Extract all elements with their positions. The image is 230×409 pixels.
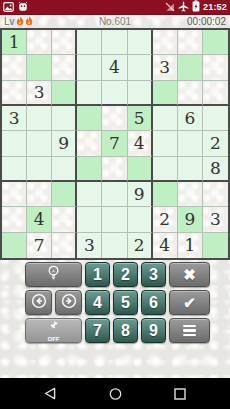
cell-r5c6[interactable]: 4 [128, 131, 153, 156]
phone-screen: 21:52 No.601 Lv 00:00:02 143335697428942… [0, 0, 230, 409]
cell-r2c3[interactable] [52, 55, 77, 80]
undo-button[interactable] [25, 290, 52, 315]
cell-r3c5[interactable] [102, 81, 127, 106]
cell-r2c1[interactable] [2, 55, 27, 80]
game-header: No.601 Lv 00:00:02 [0, 14, 230, 28]
cell-r4c2[interactable] [27, 106, 52, 131]
lightbulb-icon [47, 265, 60, 285]
keypad-row-2: 4 5 6 ✔ [25, 290, 230, 315]
cell-r8c8[interactable]: 9 [178, 207, 203, 232]
cell-r9c1[interactable] [2, 233, 27, 258]
cell-r6c7[interactable] [153, 157, 178, 182]
cell-r7c9[interactable] [203, 182, 228, 207]
cell-r9c8[interactable]: 1 [178, 233, 203, 258]
cell-r2c6[interactable] [128, 55, 153, 80]
cell-r8c6[interactable] [128, 207, 153, 232]
keypad-row-3: OFF 7 8 9 [25, 318, 230, 343]
cell-r3c1[interactable] [2, 81, 27, 106]
cell-r9c5[interactable] [102, 233, 127, 258]
cell-r3c4[interactable] [77, 81, 102, 106]
cell-r3c8[interactable] [178, 81, 203, 106]
back-triangle-icon[interactable] [44, 387, 57, 400]
pencil-mode-toggle[interactable]: OFF [25, 318, 82, 343]
cell-r7c6[interactable]: 9 [128, 182, 153, 207]
cell-r1c6[interactable] [128, 30, 153, 55]
cell-r5c2[interactable] [27, 131, 52, 156]
puzzle-number: No.601 [0, 16, 230, 27]
cell-r9c4[interactable]: 3 [77, 233, 102, 258]
cell-r4c3[interactable] [52, 106, 77, 131]
cell-r7c3[interactable] [52, 182, 77, 207]
cell-r6c9[interactable]: 8 [203, 157, 228, 182]
cell-r3c9[interactable] [203, 81, 228, 106]
cell-r9c7[interactable]: 4 [153, 233, 178, 258]
android-navbar [0, 378, 230, 409]
cell-r7c1[interactable] [2, 182, 27, 207]
cell-r3c6[interactable] [128, 81, 153, 106]
digit-button-9[interactable]: 9 [141, 318, 166, 343]
cell-r4c1[interactable]: 3 [2, 106, 27, 131]
cell-r3c2[interactable]: 3 [27, 81, 52, 106]
cell-r1c5[interactable] [102, 30, 127, 55]
cell-r2c7[interactable]: 3 [153, 55, 178, 80]
digit-button-7[interactable]: 7 [85, 318, 110, 343]
cell-r5c4[interactable] [77, 131, 102, 156]
cell-r4c7[interactable] [153, 106, 178, 131]
cell-r6c1[interactable] [2, 157, 27, 182]
keypad-row-1: 1 2 3 ✖ [25, 262, 230, 287]
cell-r8c4[interactable] [77, 207, 102, 232]
hamburger-icon [183, 325, 196, 337]
cell-r2c4[interactable] [77, 55, 102, 80]
arrow-right-icon [61, 293, 77, 313]
confirm-button[interactable]: ✔ [169, 290, 210, 315]
hint-button[interactable] [25, 262, 82, 287]
cell-r5c5[interactable]: 7 [102, 131, 127, 156]
redo-button[interactable] [55, 290, 82, 315]
cell-r4c6[interactable]: 5 [128, 106, 153, 131]
status-bar: 21:52 [0, 0, 230, 14]
cell-r4c8[interactable]: 6 [178, 106, 203, 131]
digit-button-2[interactable]: 2 [113, 262, 138, 287]
cell-r8c5[interactable] [102, 207, 127, 232]
cell-r2c2[interactable] [27, 55, 52, 80]
cell-r2c8[interactable] [178, 55, 203, 80]
cell-r7c5[interactable] [102, 182, 127, 207]
cell-r7c2[interactable] [27, 182, 52, 207]
cell-r6c3[interactable] [52, 157, 77, 182]
cell-r8c9[interactable]: 3 [203, 207, 228, 232]
sudoku-grid[interactable]: 1433356974289429373241 [0, 28, 230, 260]
cell-r8c7[interactable]: 2 [153, 207, 178, 232]
cell-r6c2[interactable] [27, 157, 52, 182]
cross-icon: ✖ [183, 267, 196, 282]
cell-r4c5[interactable] [102, 106, 127, 131]
digit-button-6[interactable]: 6 [141, 290, 166, 315]
cell-r1c1[interactable]: 1 [2, 30, 27, 55]
pencil-mode-state: OFF [48, 336, 60, 342]
check-icon: ✔ [183, 295, 196, 310]
cell-r5c8[interactable] [178, 131, 203, 156]
cell-r7c4[interactable] [77, 182, 102, 207]
cell-r1c9[interactable] [203, 30, 228, 55]
cell-r6c5[interactable] [102, 157, 127, 182]
cell-r5c1[interactable] [2, 131, 27, 156]
cell-r5c9[interactable]: 2 [203, 131, 228, 156]
cell-r6c6[interactable] [128, 157, 153, 182]
digit-button-1[interactable]: 1 [85, 262, 110, 287]
arrow-left-icon [31, 293, 47, 313]
cell-r7c8[interactable] [178, 182, 203, 207]
recents-square-icon[interactable] [174, 387, 187, 400]
cell-r2c5[interactable]: 4 [102, 55, 127, 80]
cell-r3c7[interactable] [153, 81, 178, 106]
cell-r9c6[interactable]: 2 [128, 233, 153, 258]
cell-r8c3[interactable] [52, 207, 77, 232]
digit-button-4[interactable]: 4 [85, 290, 110, 315]
menu-button[interactable] [169, 318, 210, 343]
cell-r1c7[interactable] [153, 30, 178, 55]
pushpin-icon [47, 319, 60, 337]
digit-button-3[interactable]: 3 [141, 262, 166, 287]
cell-r9c2[interactable]: 7 [27, 233, 52, 258]
digit-button-5[interactable]: 5 [113, 290, 138, 315]
cell-r4c4[interactable] [77, 106, 102, 131]
cell-r9c9[interactable] [203, 233, 228, 258]
cell-r3c3[interactable] [52, 81, 77, 106]
clock-time: 21:52 [203, 2, 227, 12]
keypad: 1 2 3 ✖ 4 5 6 ✔ [25, 262, 230, 343]
cell-r2c9[interactable] [203, 55, 228, 80]
cell-r6c4[interactable] [77, 157, 102, 182]
cell-r6c8[interactable] [178, 157, 203, 182]
cell-r5c7[interactable] [153, 131, 178, 156]
cell-r7c7[interactable] [153, 182, 178, 207]
cell-r1c3[interactable] [52, 30, 77, 55]
cell-r8c1[interactable] [2, 207, 27, 232]
cell-r4c9[interactable] [203, 106, 228, 131]
cell-r8c2[interactable]: 4 [27, 207, 52, 232]
home-circle-icon[interactable] [109, 387, 122, 400]
erase-button[interactable]: ✖ [169, 262, 210, 287]
cell-r1c4[interactable] [77, 30, 102, 55]
cell-r1c2[interactable] [27, 30, 52, 55]
cell-r1c8[interactable] [178, 30, 203, 55]
digit-button-8[interactable]: 8 [113, 318, 138, 343]
cell-r5c3[interactable]: 9 [52, 131, 77, 156]
cell-r9c3[interactable] [52, 233, 77, 258]
